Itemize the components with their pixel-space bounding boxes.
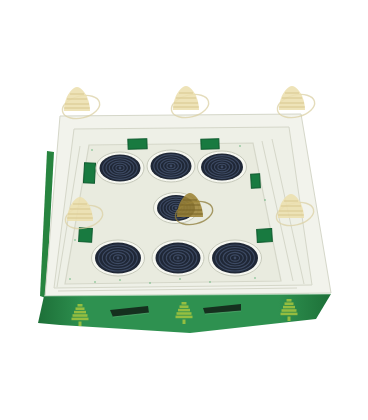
paint-speckle bbox=[74, 239, 76, 241]
paint-speckle bbox=[94, 281, 96, 283]
tree-layer bbox=[76, 307, 85, 310]
frame-clip bbox=[128, 139, 147, 150]
product-photo bbox=[0, 0, 368, 420]
tree-trunk bbox=[79, 322, 82, 327]
tree-layer bbox=[176, 316, 193, 319]
tree-layer bbox=[73, 314, 88, 317]
paint-speckle bbox=[91, 149, 93, 151]
escape-disc-center bbox=[234, 257, 237, 260]
paint-speckle bbox=[149, 282, 151, 284]
tree-layer bbox=[72, 318, 89, 321]
tree-trunk bbox=[183, 320, 186, 325]
tree-layer bbox=[283, 306, 295, 309]
bee-escape-disc bbox=[147, 150, 195, 182]
escape-disc-center bbox=[119, 167, 122, 170]
paint-speckle bbox=[254, 277, 256, 279]
frame-clip bbox=[201, 139, 219, 150]
escape-disc-center bbox=[117, 257, 120, 260]
escape-disc-center bbox=[221, 166, 224, 169]
tree-layer bbox=[281, 313, 298, 316]
bee-escape-disc bbox=[209, 240, 262, 276]
frame-clip bbox=[83, 163, 95, 184]
paint-speckle bbox=[69, 278, 71, 280]
escape-disc-center bbox=[175, 207, 178, 210]
tree-layer bbox=[74, 311, 86, 314]
product-photo-stage bbox=[0, 0, 368, 420]
paint-speckle bbox=[239, 145, 241, 147]
frame-clip bbox=[79, 228, 93, 243]
paint-speckle bbox=[264, 199, 266, 201]
tree-layer bbox=[287, 299, 292, 302]
escape-disc-center bbox=[170, 165, 173, 168]
tree-layer bbox=[182, 302, 187, 305]
bee-escape-disc bbox=[198, 151, 247, 183]
escape-disc-center bbox=[177, 257, 180, 260]
tree-layer bbox=[177, 312, 192, 315]
tree-layer bbox=[178, 309, 190, 312]
bee-escape-disc bbox=[152, 240, 204, 276]
frame-clip bbox=[251, 174, 261, 188]
tree-trunk bbox=[288, 317, 291, 322]
paint-speckle bbox=[119, 279, 121, 281]
tree-layer bbox=[180, 305, 189, 308]
tree-layer bbox=[282, 309, 297, 312]
paint-speckle bbox=[179, 278, 181, 280]
tree-layer bbox=[78, 304, 83, 307]
frame-clip bbox=[257, 229, 273, 243]
bee-escape-disc bbox=[92, 240, 145, 276]
paint-speckle bbox=[209, 281, 211, 283]
bee-escape-disc bbox=[96, 152, 144, 184]
tree-layer bbox=[285, 302, 294, 305]
